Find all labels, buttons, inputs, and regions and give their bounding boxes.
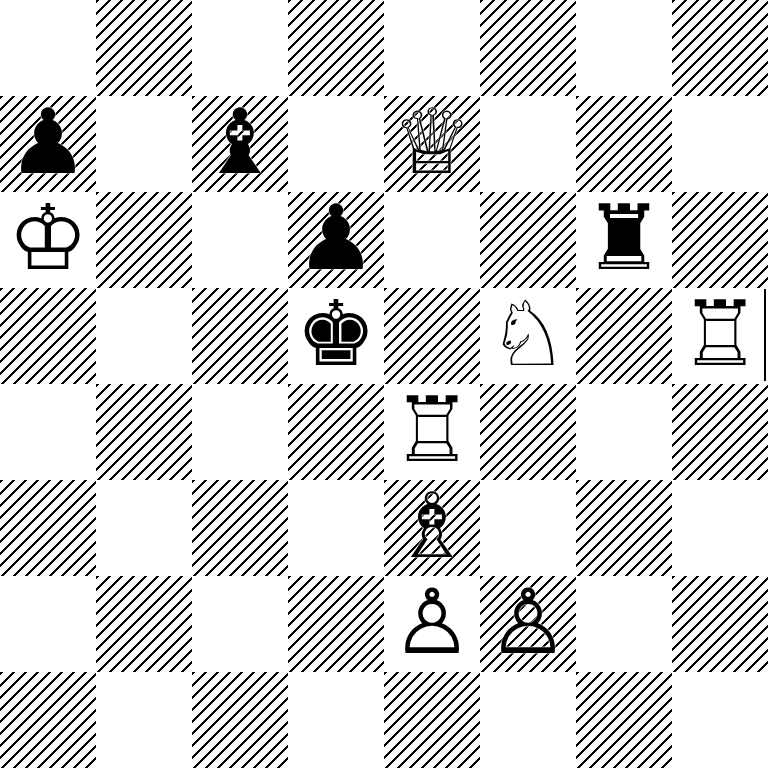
white-knight-f5: ♘: [488, 286, 569, 382]
square-d4[interactable]: [288, 384, 384, 480]
square-a6[interactable]: ♔: [0, 192, 96, 288]
square-g1[interactable]: [576, 672, 672, 768]
black-bishop-c7: ♝: [200, 94, 281, 190]
square-g3[interactable]: [576, 480, 672, 576]
square-e8[interactable]: [384, 0, 480, 96]
square-e3[interactable]: ♗: [384, 480, 480, 576]
square-f7[interactable]: [480, 96, 576, 192]
square-b6[interactable]: [96, 192, 192, 288]
white-rook-h5: ♖: [680, 286, 761, 382]
square-a8[interactable]: [0, 0, 96, 96]
square-a4[interactable]: [0, 384, 96, 480]
square-h4[interactable]: [672, 384, 768, 480]
square-b4[interactable]: [96, 384, 192, 480]
white-queen-e7: ♕: [392, 94, 473, 190]
square-b5[interactable]: [96, 288, 192, 384]
white-king-a6: ♔: [8, 190, 89, 286]
square-b8[interactable]: [96, 0, 192, 96]
square-f2[interactable]: ♙: [480, 576, 576, 672]
square-g2[interactable]: [576, 576, 672, 672]
square-e5[interactable]: [384, 288, 480, 384]
square-f1[interactable]: [480, 672, 576, 768]
square-e7[interactable]: ♕: [384, 96, 480, 192]
white-pawn-e2: ♙: [392, 574, 473, 670]
chess-board: ♟♝♕♔♟♜♚♘♖♖♗♙♙: [0, 0, 768, 768]
square-e1[interactable]: [384, 672, 480, 768]
square-c5[interactable]: [192, 288, 288, 384]
square-c4[interactable]: [192, 384, 288, 480]
square-c3[interactable]: [192, 480, 288, 576]
square-f3[interactable]: [480, 480, 576, 576]
black-pawn-a7: ♟: [8, 94, 89, 190]
white-pawn-f2: ♙: [488, 574, 569, 670]
square-b7[interactable]: [96, 96, 192, 192]
square-f5[interactable]: ♘: [480, 288, 576, 384]
square-d7[interactable]: [288, 96, 384, 192]
square-d1[interactable]: [288, 672, 384, 768]
black-king-d5: ♚: [296, 286, 377, 382]
square-h1[interactable]: [672, 672, 768, 768]
square-f8[interactable]: [480, 0, 576, 96]
white-bishop-e3: ♗: [392, 478, 473, 574]
square-c2[interactable]: [192, 576, 288, 672]
square-b1[interactable]: [96, 672, 192, 768]
square-g7[interactable]: [576, 96, 672, 192]
square-h5[interactable]: ♖: [672, 288, 768, 384]
square-f6[interactable]: [480, 192, 576, 288]
square-e2[interactable]: ♙: [384, 576, 480, 672]
square-c8[interactable]: [192, 0, 288, 96]
square-b3[interactable]: [96, 480, 192, 576]
square-a3[interactable]: [0, 480, 96, 576]
square-e4[interactable]: ♖: [384, 384, 480, 480]
square-h2[interactable]: [672, 576, 768, 672]
square-b2[interactable]: [96, 576, 192, 672]
square-d2[interactable]: [288, 576, 384, 672]
square-e6[interactable]: [384, 192, 480, 288]
black-pawn-d6: ♟: [296, 190, 377, 286]
square-c1[interactable]: [192, 672, 288, 768]
square-a2[interactable]: [0, 576, 96, 672]
square-a7[interactable]: ♟: [0, 96, 96, 192]
square-d6[interactable]: ♟: [288, 192, 384, 288]
black-rook-g6: ♜: [584, 190, 665, 286]
square-c7[interactable]: ♝: [192, 96, 288, 192]
render-artifact-line: [764, 289, 767, 381]
square-g5[interactable]: [576, 288, 672, 384]
square-g4[interactable]: [576, 384, 672, 480]
white-rook-e4: ♖: [392, 382, 473, 478]
square-h7[interactable]: [672, 96, 768, 192]
square-d5[interactable]: ♚: [288, 288, 384, 384]
square-d3[interactable]: [288, 480, 384, 576]
square-a1[interactable]: [0, 672, 96, 768]
square-c6[interactable]: [192, 192, 288, 288]
square-g6[interactable]: ♜: [576, 192, 672, 288]
square-h6[interactable]: [672, 192, 768, 288]
square-d8[interactable]: [288, 0, 384, 96]
square-f4[interactable]: [480, 384, 576, 480]
square-a5[interactable]: [0, 288, 96, 384]
square-h8[interactable]: [672, 0, 768, 96]
square-g8[interactable]: [576, 0, 672, 96]
square-h3[interactable]: [672, 480, 768, 576]
